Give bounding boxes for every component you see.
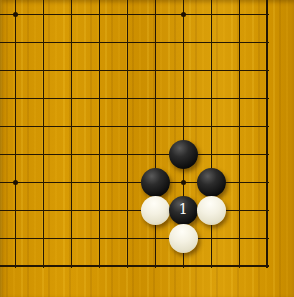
board-edge-line-bottom (0, 265, 269, 267)
grid-vline (155, 0, 156, 268)
grid-hline (0, 70, 269, 71)
grid-vline (239, 0, 240, 268)
star-point-q10 (181, 12, 186, 17)
board-edge-line-right (266, 0, 268, 268)
star-point-k10 (13, 12, 18, 17)
grid-hline (0, 210, 269, 211)
grid-vline (127, 0, 128, 268)
star-point-q4 (181, 180, 186, 185)
grid-vline (43, 0, 44, 268)
grid-vline (71, 0, 72, 268)
white-stone-q2[interactable] (169, 224, 198, 253)
white-stone-r3[interactable] (197, 196, 226, 225)
grid-hline (0, 182, 269, 183)
black-stone-q5[interactable] (169, 140, 198, 169)
grid-hline (0, 154, 269, 155)
grid-vline (99, 0, 100, 268)
black-stone-r4[interactable] (197, 168, 226, 197)
star-point-k4 (13, 180, 18, 185)
white-stone-p3[interactable] (141, 196, 170, 225)
grid-hline (0, 98, 269, 99)
grid-hline (0, 126, 269, 127)
grid-vline (15, 0, 16, 268)
grid-vline (211, 0, 212, 268)
grid-hline (0, 14, 269, 15)
go-board[interactable]: 1 (0, 0, 294, 297)
grid-hline (0, 238, 269, 239)
go-game-screenshot: 1 (0, 0, 294, 297)
black-stone-q3[interactable]: 1 (169, 196, 198, 225)
black-stone-p4[interactable] (141, 168, 170, 197)
move-number-label: 1 (179, 202, 188, 216)
grid-hline (0, 42, 269, 43)
